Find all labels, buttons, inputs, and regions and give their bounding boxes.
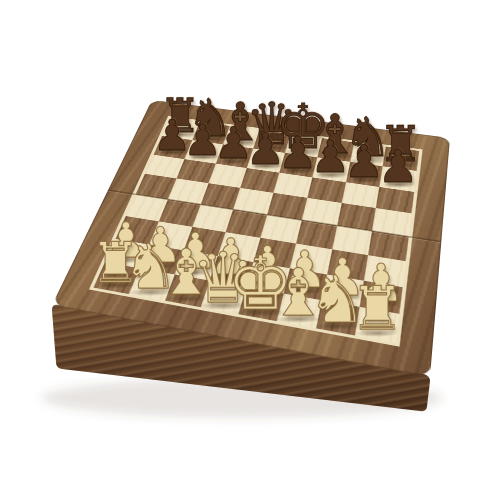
board-square-g1 (315, 300, 359, 335)
board-square-f1 (277, 294, 322, 329)
board-square-h1 (355, 307, 399, 343)
product-photo-stage: ♜♞♝♛♚♝♞♜♟♟♟♟♟♟♟♟♟♟♟♟♟♟♟♟♜♞♝♛♚♝♞♜ (0, 0, 500, 500)
